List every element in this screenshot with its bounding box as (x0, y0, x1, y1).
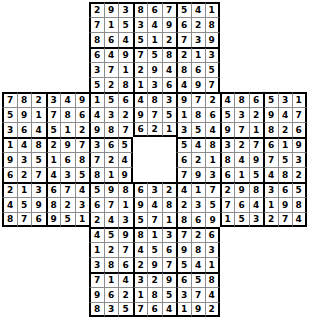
cell-r15c5: 5 (60, 212, 75, 227)
cell-r10c13: 5 (176, 137, 191, 152)
void-space (31, 62, 46, 77)
void-space (249, 62, 264, 77)
cell-r13c20: 6 (278, 182, 293, 197)
cell-r14c2: 5 (17, 197, 32, 212)
void-space (46, 227, 61, 242)
void-space (17, 62, 32, 77)
void-space (292, 32, 307, 47)
cell-r21c9: 5 (118, 302, 133, 317)
cell-r17c15: 3 (205, 242, 220, 257)
void-space (249, 257, 264, 272)
cell-r9c13: 3 (176, 122, 191, 137)
void-space (278, 287, 293, 302)
cell-r1c13: 5 (176, 2, 191, 17)
void-space (2, 17, 17, 32)
cell-r8c7: 4 (89, 107, 104, 122)
cell-r4c15: 3 (205, 47, 220, 62)
cell-r8c6: 6 (75, 107, 90, 122)
cell-r11c14: 2 (191, 152, 206, 167)
cell-r8c3: 1 (31, 107, 46, 122)
cell-r8c11: 7 (147, 107, 162, 122)
void-space (162, 167, 177, 182)
void-space (292, 2, 307, 17)
void-space (75, 272, 90, 287)
cell-r18c10: 2 (133, 257, 148, 272)
cell-r12c20: 8 (278, 167, 293, 182)
void-space (31, 287, 46, 302)
cell-r21c11: 6 (147, 302, 162, 317)
void-space (60, 32, 75, 47)
cell-r13c12: 2 (162, 182, 177, 197)
cell-r6c7: 5 (89, 77, 104, 92)
void-space (2, 272, 17, 287)
void-space (263, 2, 278, 17)
void-space (46, 47, 61, 62)
cell-r12c9: 9 (118, 167, 133, 182)
cell-r1c15: 1 (205, 2, 220, 17)
cell-r11c9: 4 (118, 152, 133, 167)
cell-r5c8: 7 (104, 62, 119, 77)
cell-r10c2: 4 (17, 137, 32, 152)
void-space (46, 257, 61, 272)
cell-r15c18: 3 (249, 212, 264, 227)
cell-r15c19: 2 (263, 212, 278, 227)
cell-r19c14: 5 (191, 272, 206, 287)
cell-r10c17: 2 (234, 137, 249, 152)
cell-r12c1: 6 (2, 167, 17, 182)
void-space (2, 257, 17, 272)
cell-r3c11: 1 (147, 32, 162, 47)
cell-r4c11: 5 (147, 47, 162, 62)
cell-r14c20: 9 (278, 197, 293, 212)
void-space (75, 62, 90, 77)
cell-r2c9: 5 (118, 17, 133, 32)
cell-r14c6: 3 (75, 197, 90, 212)
void-space (2, 227, 17, 242)
cell-r14c12: 8 (162, 197, 177, 212)
cell-r8c17: 3 (234, 107, 249, 122)
void-space (292, 47, 307, 62)
void-space (292, 302, 307, 317)
cell-r2c8: 1 (104, 17, 119, 32)
void-space (292, 287, 307, 302)
cell-r13c14: 1 (191, 182, 206, 197)
void-space (31, 77, 46, 92)
cell-r4c14: 1 (191, 47, 206, 62)
cell-r7c15: 2 (205, 92, 220, 107)
cell-r11c16: 8 (220, 152, 235, 167)
void-space (17, 272, 32, 287)
cell-r15c8: 4 (104, 212, 119, 227)
void-space (60, 272, 75, 287)
cell-r18c15: 1 (205, 257, 220, 272)
cell-r4c10: 7 (133, 47, 148, 62)
cell-r20c14: 7 (191, 287, 206, 302)
void-space (17, 242, 32, 257)
cell-r10c3: 8 (31, 137, 46, 152)
void-space (292, 227, 307, 242)
void-space (60, 227, 75, 242)
cell-r1c11: 6 (147, 2, 162, 17)
cell-r15c2: 7 (17, 212, 32, 227)
void-space (278, 17, 293, 32)
void-space (31, 302, 46, 317)
void-space (220, 272, 235, 287)
cell-r7c8: 5 (104, 92, 119, 107)
void-space (60, 242, 75, 257)
cell-r14c4: 8 (46, 197, 61, 212)
cell-r15c21: 4 (292, 212, 307, 227)
cell-r15c7: 2 (89, 212, 104, 227)
cell-r15c3: 6 (31, 212, 46, 227)
void-space (17, 2, 32, 17)
cell-r18c7: 3 (89, 257, 104, 272)
cell-r9c12: 1 (162, 122, 177, 137)
cell-r14c21: 8 (292, 197, 307, 212)
void-space (249, 47, 264, 62)
void-space (263, 287, 278, 302)
void-space (147, 137, 162, 152)
void-space (263, 302, 278, 317)
cell-r13c16: 2 (220, 182, 235, 197)
cell-r8c9: 2 (118, 107, 133, 122)
cell-r12c8: 1 (104, 167, 119, 182)
cell-r11c19: 7 (263, 152, 278, 167)
cell-r7c16: 4 (220, 92, 235, 107)
void-space (220, 77, 235, 92)
void-space (278, 302, 293, 317)
cell-r17c8: 2 (104, 242, 119, 257)
cell-r5c9: 1 (118, 62, 133, 77)
void-space (31, 32, 46, 47)
cell-r20c10: 1 (133, 287, 148, 302)
void-space (60, 287, 75, 302)
void-space (220, 47, 235, 62)
cell-r2c11: 4 (147, 17, 162, 32)
cell-r20c13: 3 (176, 287, 191, 302)
cell-r13c4: 6 (46, 182, 61, 197)
cell-r9c2: 6 (17, 122, 32, 137)
cell-r12c3: 7 (31, 167, 46, 182)
void-space (278, 2, 293, 17)
cell-r13c2: 1 (17, 182, 32, 197)
void-space (278, 77, 293, 92)
cell-r14c13: 2 (176, 197, 191, 212)
void-space (75, 2, 90, 17)
void-space (292, 257, 307, 272)
cell-r9c9: 7 (118, 122, 133, 137)
cell-r10c7: 3 (89, 137, 104, 152)
cell-r13c9: 8 (118, 182, 133, 197)
cell-r7c1: 7 (2, 92, 17, 107)
cell-r15c4: 9 (46, 212, 61, 227)
void-space (220, 2, 235, 17)
cell-r10c20: 1 (278, 137, 293, 152)
cell-r10c9: 5 (118, 137, 133, 152)
cell-r14c11: 4 (147, 197, 162, 212)
cell-r8c12: 5 (162, 107, 177, 122)
cell-r19c10: 3 (133, 272, 148, 287)
cell-r20c12: 5 (162, 287, 177, 302)
void-space (278, 257, 293, 272)
cell-r12c16: 6 (220, 167, 235, 182)
void-space (60, 47, 75, 62)
void-space (234, 77, 249, 92)
cell-r2c7: 7 (89, 17, 104, 32)
cell-r21c12: 4 (162, 302, 177, 317)
void-space (249, 77, 264, 92)
cell-r16c7: 4 (89, 227, 104, 242)
cell-r19c12: 9 (162, 272, 177, 287)
cell-r2c14: 2 (191, 17, 206, 32)
cell-r12c19: 4 (263, 167, 278, 182)
cell-r8c20: 4 (278, 107, 293, 122)
void-space (278, 32, 293, 47)
void-space (2, 242, 17, 257)
void-space (60, 257, 75, 272)
cell-r9c21: 6 (292, 122, 307, 137)
cell-r17c14: 8 (191, 242, 206, 257)
void-space (17, 17, 32, 32)
void-space (147, 152, 162, 167)
cell-r19c15: 8 (205, 272, 220, 287)
cell-r14c3: 9 (31, 197, 46, 212)
cell-r11c3: 5 (31, 152, 46, 167)
cell-r16c14: 2 (191, 227, 206, 242)
void-space (2, 2, 17, 17)
cell-r3c9: 4 (118, 32, 133, 47)
void-space (220, 257, 235, 272)
cell-r17c13: 9 (176, 242, 191, 257)
cell-r11c20: 5 (278, 152, 293, 167)
cell-r14c19: 1 (263, 197, 278, 212)
cell-r2c13: 6 (176, 17, 191, 32)
cell-r14c14: 3 (191, 197, 206, 212)
void-space (46, 62, 61, 77)
void-space (46, 242, 61, 257)
cell-r15c13: 8 (176, 212, 191, 227)
cell-r9c5: 1 (60, 122, 75, 137)
cell-r9c10: 6 (133, 122, 148, 137)
cell-r7c10: 4 (133, 92, 148, 107)
cell-r16c11: 1 (147, 227, 162, 242)
cell-r20c11: 8 (147, 287, 162, 302)
cell-r9c8: 8 (104, 122, 119, 137)
cell-r10c8: 6 (104, 137, 119, 152)
void-space (17, 47, 32, 62)
void-space (133, 137, 148, 152)
void-space (46, 32, 61, 47)
void-space (46, 2, 61, 17)
cell-r14c10: 9 (133, 197, 148, 212)
cell-r14c7: 6 (89, 197, 104, 212)
void-space (234, 227, 249, 242)
void-space (263, 257, 278, 272)
cell-r19c8: 1 (104, 272, 119, 287)
void-space (17, 77, 32, 92)
cell-r6c13: 4 (176, 77, 191, 92)
cell-r10c19: 6 (263, 137, 278, 152)
void-space (46, 272, 61, 287)
cell-r15c16: 1 (220, 212, 235, 227)
cell-r19c13: 6 (176, 272, 191, 287)
cell-r19c7: 7 (89, 272, 104, 287)
cell-r1c14: 4 (191, 2, 206, 17)
cell-r8c1: 5 (2, 107, 17, 122)
cell-r8c14: 8 (191, 107, 206, 122)
void-space (17, 257, 32, 272)
cell-r20c8: 6 (104, 287, 119, 302)
cell-r21c13: 1 (176, 302, 191, 317)
cell-r12c15: 3 (205, 167, 220, 182)
cell-r17c12: 6 (162, 242, 177, 257)
cell-r5c7: 3 (89, 62, 104, 77)
void-space (249, 17, 264, 32)
void-space (249, 227, 264, 242)
cell-r13c8: 9 (104, 182, 119, 197)
void-space (162, 152, 177, 167)
cell-r13c19: 3 (263, 182, 278, 197)
void-space (220, 242, 235, 257)
void-space (249, 32, 264, 47)
void-space (249, 302, 264, 317)
cell-r17c10: 4 (133, 242, 148, 257)
void-space (278, 227, 293, 242)
void-space (292, 242, 307, 257)
cell-r7c20: 3 (278, 92, 293, 107)
void-space (263, 17, 278, 32)
cell-r8c15: 6 (205, 107, 220, 122)
cell-r4c8: 4 (104, 47, 119, 62)
cell-r18c12: 7 (162, 257, 177, 272)
cell-r9c19: 8 (263, 122, 278, 137)
cell-r13c13: 4 (176, 182, 191, 197)
cell-r7c4: 3 (46, 92, 61, 107)
cell-r12c6: 5 (75, 167, 90, 182)
cell-r12c21: 2 (292, 167, 307, 182)
cell-r14c16: 7 (220, 197, 235, 212)
cell-r15c20: 7 (278, 212, 293, 227)
void-space (46, 17, 61, 32)
cell-r7c9: 6 (118, 92, 133, 107)
cell-r11c5: 6 (60, 152, 75, 167)
cell-r4c7: 6 (89, 47, 104, 62)
cell-r7c6: 9 (75, 92, 90, 107)
void-space (60, 17, 75, 32)
cell-r4c9: 9 (118, 47, 133, 62)
cell-r8c8: 3 (104, 107, 119, 122)
void-space (278, 272, 293, 287)
cell-r1c7: 2 (89, 2, 104, 17)
cell-r7c13: 9 (176, 92, 191, 107)
cell-r2c10: 3 (133, 17, 148, 32)
cell-r21c7: 8 (89, 302, 104, 317)
cell-r11c21: 3 (292, 152, 307, 167)
cell-r1c12: 7 (162, 2, 177, 17)
void-space (263, 272, 278, 287)
void-space (31, 257, 46, 272)
void-space (234, 32, 249, 47)
cell-r15c14: 6 (191, 212, 206, 227)
cell-r6c15: 7 (205, 77, 220, 92)
void-space (234, 47, 249, 62)
void-space (292, 62, 307, 77)
page: 2938675417153496288645127396497582133712… (0, 0, 309, 319)
void-space (263, 77, 278, 92)
void-space (220, 32, 235, 47)
void-space (75, 242, 90, 257)
cell-r15c6: 1 (75, 212, 90, 227)
cell-r14c15: 5 (205, 197, 220, 212)
void-space (75, 47, 90, 62)
cell-r7c21: 1 (292, 92, 307, 107)
void-space (263, 242, 278, 257)
cell-r11c1: 9 (2, 152, 17, 167)
cell-r11c7: 7 (89, 152, 104, 167)
cell-r12c7: 8 (89, 167, 104, 182)
void-space (147, 167, 162, 182)
cell-r10c21: 9 (292, 137, 307, 152)
cell-r8c13: 1 (176, 107, 191, 122)
void-space (60, 77, 75, 92)
void-space (75, 287, 90, 302)
void-space (2, 287, 17, 302)
void-space (31, 227, 46, 242)
cell-r10c1: 1 (2, 137, 17, 152)
cell-r15c11: 7 (147, 212, 162, 227)
cell-r10c16: 3 (220, 137, 235, 152)
cell-r18c8: 8 (104, 257, 119, 272)
cell-r20c7: 9 (89, 287, 104, 302)
cell-r8c10: 9 (133, 107, 148, 122)
cell-r14c17: 6 (234, 197, 249, 212)
cell-r5c11: 9 (147, 62, 162, 77)
void-space (60, 302, 75, 317)
void-space (17, 287, 32, 302)
sudoku-board: 2938675417153496288645127396497582133712… (2, 2, 307, 317)
cell-r4c13: 2 (176, 47, 191, 62)
cell-r3c12: 2 (162, 32, 177, 47)
void-space (75, 257, 90, 272)
cell-r1c8: 9 (104, 2, 119, 17)
cell-r16c10: 8 (133, 227, 148, 242)
cell-r13c11: 3 (147, 182, 162, 197)
cell-r6c12: 6 (162, 77, 177, 92)
void-space (31, 272, 46, 287)
cell-r8c19: 9 (263, 107, 278, 122)
void-space (17, 227, 32, 242)
cell-r16c8: 5 (104, 227, 119, 242)
cell-r6c11: 3 (147, 77, 162, 92)
cell-r9c16: 9 (220, 122, 235, 137)
void-space (75, 77, 90, 92)
void-space (220, 302, 235, 317)
void-space (220, 227, 235, 242)
void-space (263, 62, 278, 77)
cell-r8c21: 7 (292, 107, 307, 122)
cell-r10c14: 4 (191, 137, 206, 152)
cell-r10c15: 8 (205, 137, 220, 152)
void-space (2, 32, 17, 47)
void-space (234, 62, 249, 77)
cell-r11c17: 4 (234, 152, 249, 167)
cell-r5c14: 6 (191, 62, 206, 77)
cell-r19c9: 4 (118, 272, 133, 287)
cell-r7c11: 8 (147, 92, 162, 107)
cell-r21c14: 9 (191, 302, 206, 317)
void-space (249, 2, 264, 17)
void-space (292, 17, 307, 32)
